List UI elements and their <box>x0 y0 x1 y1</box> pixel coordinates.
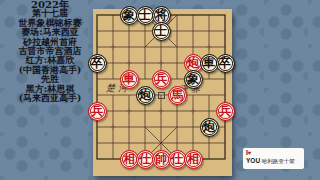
piece-black-soldier-i4[interactable]: 卒 <box>216 54 235 73</box>
board-grid: 象士将士卒炮車卒車兵象炮馬兵兵炮相仕帥仕相 <box>89 7 233 167</box>
piece-black-soldier-a4[interactable]: 卒 <box>88 54 107 73</box>
piece-red-chariot-c5[interactable]: 車 <box>120 70 139 89</box>
piece-red-elephant-g10[interactable]: 相 <box>184 150 203 169</box>
piece-black-cannon-d6[interactable]: 炮 <box>136 86 155 105</box>
piece-black-advisor-e2[interactable]: 士 <box>152 22 171 41</box>
watermark-line2: YOU 哈利路亚十架 <box>246 157 301 165</box>
piece-black-elephant-g5[interactable]: 象 <box>184 70 203 89</box>
watermark-box: I♥ YOU 哈利路亚十架 <box>243 148 304 169</box>
video-frame: 2022年第十七届世界象棋锦标赛赛场:马来西亚砂拉越州首府古晋市帝宫酒店红方:林… <box>0 0 320 180</box>
piece-red-horse-f6[interactable]: 馬 <box>168 86 187 105</box>
heart-icon: ♥ <box>248 150 252 156</box>
event-info-line: (马来西亚高手) <box>0 94 100 103</box>
piece-red-soldier-i7[interactable]: 兵 <box>216 102 235 121</box>
event-info: 2022年第十七届世界象棋锦标赛赛场:马来西亚砂拉越州首府古晋市帝宫酒店红方:林… <box>0 0 100 103</box>
watermark-line1: I♥ <box>246 149 301 157</box>
piece-red-soldier-e5[interactable]: 兵 <box>152 70 171 89</box>
xiangqi-board: 楚河 漢界 象士将士卒炮車卒車兵象炮馬兵兵炮相仕帥仕相 <box>93 9 232 176</box>
piece-black-cannon-h8[interactable]: 炮 <box>200 118 219 137</box>
piece-red-soldier-a7[interactable]: 兵 <box>88 102 107 121</box>
last-move-marker <box>158 92 165 99</box>
